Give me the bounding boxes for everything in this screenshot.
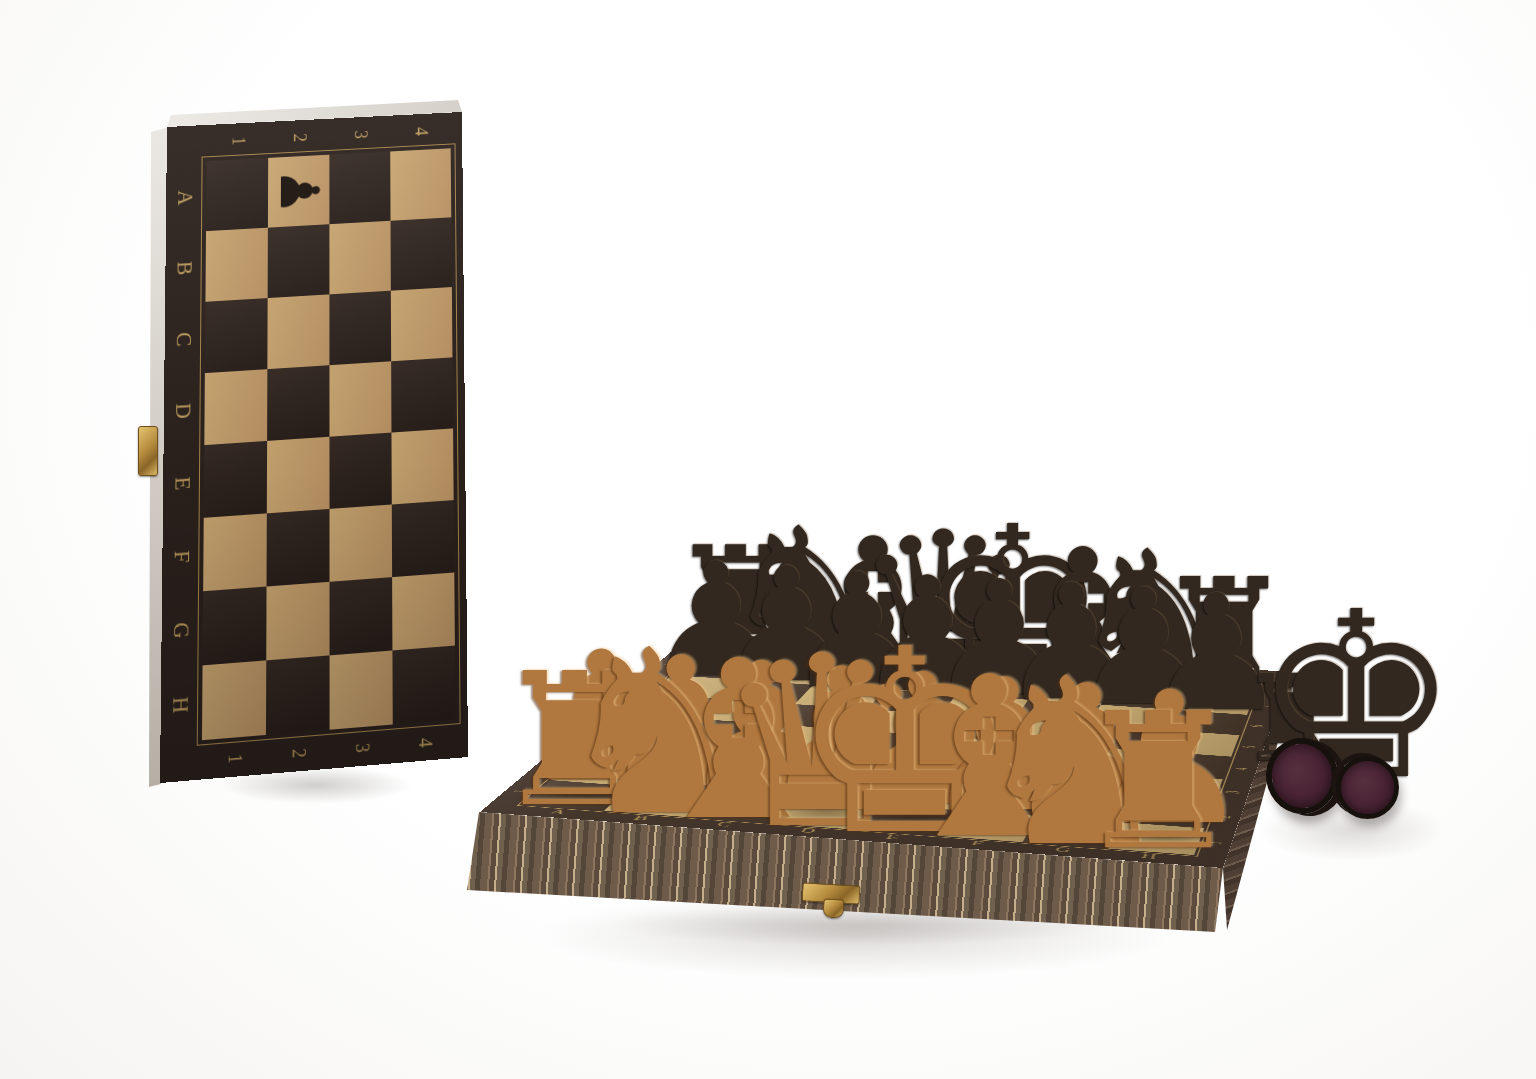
folded-square-D4 [391,357,453,432]
open-board-label: 1 [1203,840,1227,845]
folded-square-D2 [267,365,329,441]
folded-board-brass-clasp [138,426,158,476]
folded-board-label: 4 [410,126,431,136]
open-board-label: 3 [1222,790,1244,794]
open-board-label: 6 [637,682,658,686]
folded-square-B4 [391,217,452,290]
open-board-clasp-hook [823,898,845,918]
open-board-label: G [1054,845,1072,853]
folded-square-F3 [330,504,393,581]
folded-board-label: 3 [351,742,372,753]
open-board-label: 5 [1239,745,1260,749]
folded-square-A4 [390,148,451,220]
folded-square-B1 [205,228,267,302]
folded-square-G4 [392,572,455,650]
open-board-label: 2 [537,765,561,769]
open-board-grid [522,640,1261,855]
folded-board-label: D [170,402,197,419]
folded-square-D1 [204,369,267,445]
folded-board-label: 1 [227,136,248,146]
folded-board-label: E [169,475,196,490]
spare-checker-disc [1336,756,1399,819]
open-board-label: 8 [680,646,700,649]
open-board-label: 4 [1231,767,1253,771]
open-board-label: 4 [590,721,613,725]
open-board-label: E [884,833,901,841]
folded-square-G2 [266,582,329,661]
folded-square-B3 [329,221,390,295]
open-board-label: 6 [1247,724,1268,728]
open-board-label: B [631,814,651,822]
folded-square-F1 [203,513,267,591]
folded-board-label: F [169,549,196,563]
folded-square-F4 [392,500,455,577]
folded-board-label: 4 [414,737,435,748]
folded-square-E2 [267,437,330,514]
folded-square-H3 [330,650,393,729]
folded-square-A3 [329,151,390,224]
folded-square-C1 [205,298,268,373]
folded-board-label: A [172,189,198,206]
open-board-label: A [548,808,569,816]
open-board-label: 7 [659,663,680,666]
folded-square-H4 [392,646,455,725]
open-board-label: 5 [614,701,636,705]
folded-square-C3 [329,291,391,366]
folded-square-H2 [266,655,330,735]
folded-square-E1 [204,441,267,518]
open-board-label: D [798,826,818,834]
folded-board-label: 3 [350,129,371,139]
folded-board-label: 1 [223,753,245,764]
folded-square-A1 [206,158,268,231]
folded-square-D3 [329,361,391,436]
folded-board-label: C [171,331,197,347]
open-board-label: 7 [1254,704,1274,708]
open-board-label: 8 [1261,685,1281,688]
open-board-label: 1 [509,789,534,793]
folded-board-label: 2 [287,747,309,758]
folded-board-label: 2 [288,133,309,143]
chess-set-product-photo: ABCDEFGH 1234 1234 ♟ ABCDEFGH 87654321 8… [0,0,1536,1079]
folded-square-F2 [267,509,330,587]
folded-square-E3 [329,433,391,509]
folded-square-G3 [330,577,393,655]
open-board-label: 3 [564,743,587,747]
folded-board-label: G [168,621,195,639]
folded-square-C2 [267,294,329,369]
folded-board-lid: ABCDEFGH 1234 1234 ♟ [160,112,468,783]
folded-square-C4 [391,287,453,361]
folded-board-label: B [171,260,197,276]
folded-board-label: H [167,695,194,713]
folded-board-row-labels: ABCDEFGH [165,161,201,743]
folded-square-B2 [268,224,330,298]
open-board-label: F [970,839,986,847]
folded-square-H1 [202,660,266,740]
open-board-label: 2 [1213,814,1236,819]
folded-square-A2: ♟ [268,155,330,228]
open-board-label: C [715,820,734,828]
folded-square-E4 [391,428,453,504]
open-board-label: H [1140,852,1158,860]
pawn-logo: ♟ [262,160,334,223]
folded-board-grid: ♟ [202,148,456,740]
folded-square-G1 [203,587,267,666]
